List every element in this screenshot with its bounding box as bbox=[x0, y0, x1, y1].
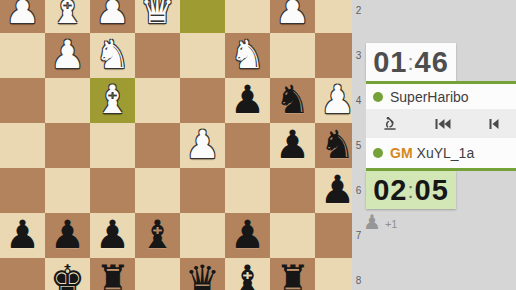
square-a8[interactable] bbox=[315, 258, 352, 290]
square-d2[interactable] bbox=[180, 0, 225, 33]
square-a2[interactable] bbox=[315, 0, 352, 33]
square-c6[interactable] bbox=[225, 168, 270, 213]
white-pawn-h2[interactable]: ♟ bbox=[0, 0, 45, 33]
black-pawn-g7[interactable]: ♟ bbox=[45, 213, 90, 258]
square-b2[interactable]: ♟ bbox=[270, 0, 315, 33]
square-h3[interactable] bbox=[0, 33, 45, 78]
white-clock: 01:46 bbox=[366, 43, 456, 81]
square-a7[interactable] bbox=[315, 213, 352, 258]
analysis-microscope-icon[interactable] bbox=[366, 109, 414, 138]
white-pawn-g3[interactable]: ♟ bbox=[45, 33, 90, 78]
square-f5[interactable] bbox=[90, 123, 135, 168]
black-knight-a5[interactable]: ♞ bbox=[315, 123, 352, 168]
square-h4[interactable] bbox=[0, 78, 45, 123]
black-pawn-f7[interactable]: ♟ bbox=[90, 213, 135, 258]
square-g4[interactable] bbox=[45, 78, 90, 123]
material-advantage-count: +1 bbox=[385, 215, 398, 233]
square-a3[interactable] bbox=[315, 33, 352, 78]
game-sidebar: 01:46 SuperHaribo bbox=[352, 0, 516, 290]
square-g2[interactable]: ♝ bbox=[45, 0, 90, 33]
black-clock-active: 02:05 bbox=[366, 171, 456, 209]
square-g5[interactable] bbox=[45, 123, 90, 168]
white-player-name: SuperHaribo bbox=[390, 89, 469, 105]
square-c7[interactable]: ♟ bbox=[225, 213, 270, 258]
square-h2[interactable]: ♟ bbox=[0, 0, 45, 33]
square-f4[interactable]: ♝ bbox=[90, 78, 135, 123]
black-knight-b4[interactable]: ♞ bbox=[270, 78, 315, 123]
square-b3[interactable] bbox=[270, 33, 315, 78]
square-f8[interactable]: ♜ bbox=[90, 258, 135, 290]
black-clock-time: 02:05 bbox=[373, 174, 449, 207]
square-b5[interactable]: ♟ bbox=[270, 123, 315, 168]
square-c5[interactable] bbox=[225, 123, 270, 168]
black-pawn-c7[interactable]: ♟ bbox=[225, 213, 270, 258]
square-c8[interactable]: ♝ bbox=[225, 258, 270, 290]
square-c3[interactable]: ♞ bbox=[225, 33, 270, 78]
square-d7[interactable] bbox=[180, 213, 225, 258]
black-player-name: XuYL_1a bbox=[417, 145, 475, 161]
black-pawn-b5[interactable]: ♟ bbox=[270, 123, 315, 168]
step-back-icon[interactable] bbox=[472, 109, 516, 138]
white-bishop-g2[interactable]: ♝ bbox=[45, 0, 90, 33]
square-c2[interactable] bbox=[225, 0, 270, 33]
square-f2[interactable]: ♟ bbox=[90, 0, 135, 33]
square-e5[interactable] bbox=[135, 123, 180, 168]
black-rook-b8[interactable]: ♜ bbox=[270, 258, 315, 290]
square-c4[interactable]: ♟ bbox=[225, 78, 270, 123]
online-status-dot bbox=[373, 92, 383, 102]
square-f6[interactable] bbox=[90, 168, 135, 213]
square-g8[interactable]: ♚ bbox=[45, 258, 90, 290]
square-d3[interactable] bbox=[180, 33, 225, 78]
square-a4[interactable]: ♟ bbox=[315, 78, 352, 123]
square-b8[interactable]: ♜ bbox=[270, 258, 315, 290]
white-pawn-d5[interactable]: ♟ bbox=[180, 123, 225, 168]
square-e6[interactable] bbox=[135, 168, 180, 213]
black-bishop-e7[interactable]: ♝ bbox=[135, 213, 180, 258]
player-title-badge: GM bbox=[390, 145, 413, 161]
square-a6[interactable]: ♟ bbox=[315, 168, 352, 213]
online-status-dot bbox=[373, 148, 383, 158]
square-a5[interactable]: ♞ bbox=[315, 123, 352, 168]
white-player-row[interactable]: SuperHaribo bbox=[366, 84, 516, 109]
skip-to-start-icon[interactable] bbox=[414, 109, 472, 138]
black-pawn-c4[interactable]: ♟ bbox=[225, 78, 270, 123]
square-d8[interactable]: ♛ bbox=[180, 258, 225, 290]
square-g7[interactable]: ♟ bbox=[45, 213, 90, 258]
white-pawn-a4[interactable]: ♟ bbox=[315, 78, 352, 123]
chess-board[interactable]: ♟♝♟♛♟♟♞♞♝♟♞♟♟♟♞♟♟♟♟♝♟♚♜♛♝♜ bbox=[0, 0, 352, 290]
black-pawn-a6[interactable]: ♟ bbox=[315, 168, 352, 213]
white-knight-c3[interactable]: ♞ bbox=[225, 33, 270, 78]
square-d4[interactable] bbox=[180, 78, 225, 123]
black-player-row[interactable]: GM XuYL_1a bbox=[366, 138, 516, 168]
square-d6[interactable] bbox=[180, 168, 225, 213]
white-clock-time: 01:46 bbox=[373, 46, 449, 79]
replay-toolbar bbox=[366, 109, 516, 138]
square-b4[interactable]: ♞ bbox=[270, 78, 315, 123]
square-e2[interactable]: ♛ bbox=[135, 0, 180, 33]
white-queen-e2[interactable]: ♛ bbox=[135, 0, 180, 33]
white-pawn-f2[interactable]: ♟ bbox=[90, 0, 135, 33]
material-advantage: ♟ +1 bbox=[363, 209, 397, 233]
square-f7[interactable]: ♟ bbox=[90, 213, 135, 258]
square-f3[interactable]: ♞ bbox=[90, 33, 135, 78]
square-g6[interactable] bbox=[45, 168, 90, 213]
square-e8[interactable] bbox=[135, 258, 180, 290]
captured-pawn-icon: ♟ bbox=[363, 211, 381, 233]
square-h8[interactable] bbox=[0, 258, 45, 290]
square-h5[interactable] bbox=[0, 123, 45, 168]
white-pawn-b2[interactable]: ♟ bbox=[270, 0, 315, 33]
black-bishop-c8[interactable]: ♝ bbox=[225, 258, 270, 290]
black-pawn-h7[interactable]: ♟ bbox=[0, 213, 45, 258]
square-b7[interactable] bbox=[270, 213, 315, 258]
square-e4[interactable] bbox=[135, 78, 180, 123]
square-h6[interactable] bbox=[0, 168, 45, 213]
square-h7[interactable]: ♟ bbox=[0, 213, 45, 258]
white-bishop-f4[interactable]: ♝ bbox=[90, 78, 135, 123]
white-knight-f3[interactable]: ♞ bbox=[90, 33, 135, 78]
black-queen-d8[interactable]: ♛ bbox=[180, 258, 225, 290]
square-d5[interactable]: ♟ bbox=[180, 123, 225, 168]
black-rook-f8[interactable]: ♜ bbox=[90, 258, 135, 290]
black-king-g8[interactable]: ♚ bbox=[45, 258, 90, 290]
square-e3[interactable] bbox=[135, 33, 180, 78]
square-g3[interactable]: ♟ bbox=[45, 33, 90, 78]
square-b6[interactable] bbox=[270, 168, 315, 213]
square-e7[interactable]: ♝ bbox=[135, 213, 180, 258]
